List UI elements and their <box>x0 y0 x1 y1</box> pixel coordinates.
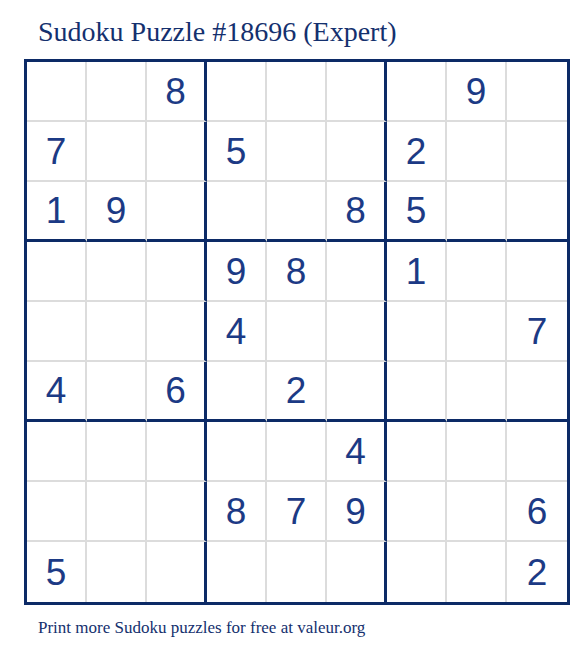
cell-r3c5[interactable] <box>267 182 327 242</box>
cell-r4c5[interactable]: 8 <box>267 242 327 302</box>
page-title: Sudoku Puzzle #18696 (Expert) <box>38 16 580 48</box>
cell-r9c2[interactable] <box>87 542 147 602</box>
cell-r5c8[interactable] <box>447 302 507 362</box>
cell-r1c4[interactable] <box>207 62 267 122</box>
cell-r1c9[interactable] <box>507 62 567 122</box>
cell-r5c5[interactable] <box>267 302 327 362</box>
cell-r1c6[interactable] <box>327 62 387 122</box>
cell-r6c1[interactable]: 4 <box>27 362 87 422</box>
cell-r7c6[interactable]: 4 <box>327 422 387 482</box>
cell-r3c1[interactable]: 1 <box>27 182 87 242</box>
cell-r2c3[interactable] <box>147 122 207 182</box>
cell-r6c2[interactable] <box>87 362 147 422</box>
cell-r1c2[interactable] <box>87 62 147 122</box>
cell-r4c3[interactable] <box>147 242 207 302</box>
cell-r3c7[interactable]: 5 <box>387 182 447 242</box>
cell-r8c1[interactable] <box>27 482 87 542</box>
cell-r2c7[interactable]: 2 <box>387 122 447 182</box>
cell-r9c6[interactable] <box>327 542 387 602</box>
page: Sudoku Puzzle #18696 (Expert) 8975219859… <box>0 0 580 651</box>
cell-r7c2[interactable] <box>87 422 147 482</box>
cell-r5c4[interactable]: 4 <box>207 302 267 362</box>
cell-r7c1[interactable] <box>27 422 87 482</box>
sudoku-board: 897521985981474624879652 <box>24 59 570 605</box>
cell-r6c8[interactable] <box>447 362 507 422</box>
cell-r8c5[interactable]: 7 <box>267 482 327 542</box>
cell-r9c1[interactable]: 5 <box>27 542 87 602</box>
cell-r2c1[interactable]: 7 <box>27 122 87 182</box>
cell-r6c5[interactable]: 2 <box>267 362 327 422</box>
cell-r1c8[interactable]: 9 <box>447 62 507 122</box>
cell-r2c5[interactable] <box>267 122 327 182</box>
cell-r5c9[interactable]: 7 <box>507 302 567 362</box>
footer-text: Print more Sudoku puzzles for free at va… <box>38 618 580 638</box>
cell-r4c2[interactable] <box>87 242 147 302</box>
cell-r2c6[interactable] <box>327 122 387 182</box>
cell-r4c1[interactable] <box>27 242 87 302</box>
cell-r6c4[interactable] <box>207 362 267 422</box>
cell-r7c4[interactable] <box>207 422 267 482</box>
cell-r3c9[interactable] <box>507 182 567 242</box>
cell-r7c5[interactable] <box>267 422 327 482</box>
cell-r4c8[interactable] <box>447 242 507 302</box>
cell-r4c4[interactable]: 9 <box>207 242 267 302</box>
cell-r3c8[interactable] <box>447 182 507 242</box>
cell-r1c3[interactable]: 8 <box>147 62 207 122</box>
cell-r3c3[interactable] <box>147 182 207 242</box>
cell-r5c7[interactable] <box>387 302 447 362</box>
cell-r9c8[interactable] <box>447 542 507 602</box>
cell-r7c8[interactable] <box>447 422 507 482</box>
cell-r4c7[interactable]: 1 <box>387 242 447 302</box>
cell-r8c8[interactable] <box>447 482 507 542</box>
cell-r5c1[interactable] <box>27 302 87 362</box>
cell-r8c6[interactable]: 9 <box>327 482 387 542</box>
cell-r9c4[interactable] <box>207 542 267 602</box>
cell-r5c6[interactable] <box>327 302 387 362</box>
cell-r4c9[interactable] <box>507 242 567 302</box>
cell-r6c3[interactable]: 6 <box>147 362 207 422</box>
cell-r8c2[interactable] <box>87 482 147 542</box>
cell-r3c4[interactable] <box>207 182 267 242</box>
cell-r2c9[interactable] <box>507 122 567 182</box>
cell-r7c9[interactable] <box>507 422 567 482</box>
cell-r5c2[interactable] <box>87 302 147 362</box>
cell-r2c2[interactable] <box>87 122 147 182</box>
cell-r3c6[interactable]: 8 <box>327 182 387 242</box>
cell-r6c9[interactable] <box>507 362 567 422</box>
cell-r7c3[interactable] <box>147 422 207 482</box>
cell-r9c9[interactable]: 2 <box>507 542 567 602</box>
cell-r8c9[interactable]: 6 <box>507 482 567 542</box>
cell-r9c5[interactable] <box>267 542 327 602</box>
cell-r2c8[interactable] <box>447 122 507 182</box>
cell-r8c3[interactable] <box>147 482 207 542</box>
cell-r8c7[interactable] <box>387 482 447 542</box>
cell-r4c6[interactable] <box>327 242 387 302</box>
cell-r2c4[interactable]: 5 <box>207 122 267 182</box>
cell-r1c1[interactable] <box>27 62 87 122</box>
cell-r5c3[interactable] <box>147 302 207 362</box>
cell-r6c6[interactable] <box>327 362 387 422</box>
cell-r7c7[interactable] <box>387 422 447 482</box>
cell-r9c7[interactable] <box>387 542 447 602</box>
cell-r9c3[interactable] <box>147 542 207 602</box>
cell-r8c4[interactable]: 8 <box>207 482 267 542</box>
cell-r3c2[interactable]: 9 <box>87 182 147 242</box>
cell-r1c7[interactable] <box>387 62 447 122</box>
cell-r1c5[interactable] <box>267 62 327 122</box>
cell-r6c7[interactable] <box>387 362 447 422</box>
